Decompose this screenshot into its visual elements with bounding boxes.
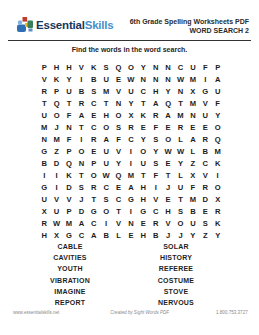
- grid-cell-r3c2[interactable]: P: [50, 85, 62, 97]
- grid-cell-r8c4[interactable]: O: [75, 145, 87, 157]
- grid-cell-r12c15[interactable]: X: [211, 194, 223, 206]
- grid-cell-r10c4[interactable]: T: [75, 169, 87, 181]
- grid-cell-r13c2[interactable]: U: [50, 206, 62, 218]
- grid-cell-r2c14[interactable]: I: [199, 73, 211, 85]
- grid-cell-r7c10[interactable]: S: [150, 133, 162, 145]
- word-list-item: STOVE: [106, 286, 246, 297]
- grid-cell-r10c15[interactable]: I: [211, 169, 223, 181]
- grid-cell-r5c7[interactable]: O: [112, 109, 124, 121]
- grid-cell-r10c3[interactable]: K: [63, 169, 75, 181]
- grid-cell-r9c5[interactable]: P: [88, 157, 100, 169]
- grid-cell-r10c11[interactable]: T: [162, 169, 174, 181]
- grid-cell-r3c15[interactable]: U: [211, 85, 223, 97]
- grid-cell-r4c10[interactable]: A: [150, 97, 162, 109]
- grid-cell-r9c6[interactable]: U: [100, 157, 112, 169]
- grid-cell-r15c10[interactable]: B: [150, 230, 162, 242]
- grid-cell-r7c9[interactable]: Y: [137, 133, 149, 145]
- grid-cell-r1c15[interactable]: P: [211, 61, 223, 73]
- grid-cell-r3c7[interactable]: V: [112, 85, 124, 97]
- grid-cell-r11c6[interactable]: C: [100, 181, 112, 193]
- grid-cell-r8c15[interactable]: M: [211, 145, 223, 157]
- grid-cell-r6c10[interactable]: F: [150, 121, 162, 133]
- grid-cell-r13c8[interactable]: I: [125, 206, 137, 218]
- grid-cell-r2c12[interactable]: W: [174, 73, 186, 85]
- grid-cell-r8c13[interactable]: L: [187, 145, 199, 157]
- grid-cell-r6c12[interactable]: R: [174, 121, 186, 133]
- grid-cell-r2c3[interactable]: Y: [63, 73, 75, 85]
- grid-cell-r13c1[interactable]: X: [38, 206, 50, 218]
- grid-cell-r5c14[interactable]: U: [199, 109, 211, 121]
- word-search-grid: PHHVKSQOYNNCUFPVKYIBUEWNNNWMIARPUBSMVUCH…: [38, 61, 224, 242]
- grid-cell-r4c3[interactable]: T: [63, 97, 75, 109]
- grid-cell-r6c11[interactable]: E: [162, 121, 174, 133]
- grid-cell-r15c1[interactable]: H: [38, 230, 50, 242]
- grid-cell-r12c2[interactable]: V: [50, 194, 62, 206]
- grid-cell-r11c12[interactable]: U: [174, 181, 186, 193]
- grid-cell-r8c3[interactable]: P: [63, 145, 75, 157]
- grid-cell-r10c8[interactable]: M: [125, 169, 137, 181]
- grid-cell-r4c2[interactable]: Q: [50, 97, 62, 109]
- grid-cell-r11c8[interactable]: A: [125, 181, 137, 193]
- grid-cell-r1c1[interactable]: P: [38, 61, 50, 73]
- grid-cell-r2c13[interactable]: M: [187, 73, 199, 85]
- footer: www.essentialskills.net Created by Sight…: [13, 309, 248, 315]
- word-list-item: NERVOUS: [106, 297, 246, 308]
- grid-cell-r7c1[interactable]: N: [38, 133, 50, 145]
- grid-cell-r15c5[interactable]: A: [88, 230, 100, 242]
- grid-cell-r11c7[interactable]: E: [112, 181, 124, 193]
- grid-cell-r11c11[interactable]: J: [162, 181, 174, 193]
- grid-cell-r7c4[interactable]: I: [75, 133, 87, 145]
- grid-cell-r3c11[interactable]: Y: [162, 85, 174, 97]
- grid-cell-r5c2[interactable]: O: [50, 109, 62, 121]
- grid-cell-r9c2[interactable]: D: [50, 157, 62, 169]
- instruction-text: Find the words in the word search.: [0, 46, 259, 53]
- logo-text-secondary: Skills: [85, 19, 114, 31]
- grid-cell-r14c11[interactable]: V: [162, 218, 174, 230]
- grid-cell-r6c8[interactable]: R: [125, 121, 137, 133]
- grid-cell-r3c8[interactable]: U: [125, 85, 137, 97]
- grid-cell-r3c3[interactable]: U: [63, 85, 75, 97]
- grid-cell-r10c12[interactable]: L: [174, 169, 186, 181]
- grid-cell-r12c12[interactable]: T: [174, 194, 186, 206]
- grid-cell-r10c7[interactable]: Q: [112, 169, 124, 181]
- grid-cell-r5c11[interactable]: A: [162, 109, 174, 121]
- grid-cell-r15c12[interactable]: J: [174, 230, 186, 242]
- grid-cell-r7c15[interactable]: Q: [211, 133, 223, 145]
- grid-cell-r15c7[interactable]: L: [112, 230, 124, 242]
- grid-cell-r9c10[interactable]: S: [150, 157, 162, 169]
- grid-cell-r4c12[interactable]: T: [174, 97, 186, 109]
- grid-cell-r14c8[interactable]: N: [125, 218, 137, 230]
- grid-cell-r6c3[interactable]: N: [63, 121, 75, 133]
- grid-cell-r9c1[interactable]: B: [38, 157, 50, 169]
- word-list: CABLECAVITIESYOUTHVIBRATIONIMAGINEREPORT…: [0, 241, 259, 311]
- grid-cell-r4c7[interactable]: N: [112, 97, 124, 109]
- grid-cell-r12c6[interactable]: S: [100, 194, 112, 206]
- grid-cell-r2c15[interactable]: A: [211, 73, 223, 85]
- grid-cell-r6c1[interactable]: M: [38, 121, 50, 133]
- grid-cell-r14c1[interactable]: R: [38, 218, 50, 230]
- grid-cell-r14c10[interactable]: R: [150, 218, 162, 230]
- grid-cell-r13c3[interactable]: P: [63, 206, 75, 218]
- grid-cell-r7c8[interactable]: C: [125, 133, 137, 145]
- grid-cell-r6c14[interactable]: E: [199, 121, 211, 133]
- grid-cell-r10c13[interactable]: X: [187, 169, 199, 181]
- grid-cell-r15c9[interactable]: H: [137, 230, 149, 242]
- grid-cell-r6c4[interactable]: T: [75, 121, 87, 133]
- worksheet-page: EssentialSkills 6th Grade Spelling Works…: [0, 0, 259, 335]
- grid-cell-r1c11[interactable]: N: [162, 61, 174, 73]
- grid-cell-r10c6[interactable]: W: [100, 169, 112, 181]
- grid-cell-r9c13[interactable]: Z: [187, 157, 199, 169]
- grid-cell-r3c6[interactable]: M: [100, 85, 112, 97]
- grid-cell-r8c1[interactable]: G: [38, 145, 50, 157]
- grid-cell-r5c4[interactable]: A: [75, 109, 87, 121]
- grid-cell-r3c12[interactable]: N: [174, 85, 186, 97]
- grid-cell-r13c10[interactable]: C: [150, 206, 162, 218]
- grid-cell-r11c3[interactable]: D: [63, 181, 75, 193]
- grid-cell-r11c9[interactable]: H: [137, 181, 149, 193]
- grid-cell-r5c3[interactable]: F: [63, 109, 75, 121]
- grid-cell-r10c10[interactable]: F: [150, 169, 162, 181]
- grid-cell-r12c4[interactable]: J: [75, 194, 87, 206]
- grid-cell-r5c12[interactable]: M: [174, 109, 186, 121]
- grid-cell-r13c14[interactable]: E: [199, 206, 211, 218]
- grid-cell-r11c15[interactable]: O: [211, 181, 223, 193]
- grid-cell-r6c9[interactable]: E: [137, 121, 149, 133]
- grid-cell-r2c10[interactable]: N: [150, 73, 162, 85]
- grid-cell-r11c4[interactable]: S: [75, 181, 87, 193]
- grid-cell-r11c1[interactable]: G: [38, 181, 50, 193]
- grid-cell-r14c14[interactable]: S: [199, 218, 211, 230]
- grid-cell-r2c7[interactable]: E: [112, 73, 124, 85]
- grid-cell-r13c13[interactable]: B: [187, 206, 199, 218]
- grid-cell-r8c8[interactable]: I: [125, 145, 137, 157]
- grid-cell-r5c6[interactable]: H: [100, 109, 112, 121]
- grid-cell-r7c5[interactable]: R: [88, 133, 100, 145]
- grid-cell-r4c15[interactable]: F: [211, 97, 223, 109]
- grid-cell-r2c8[interactable]: W: [125, 73, 137, 85]
- grid-cell-r1c12[interactable]: C: [174, 61, 186, 73]
- grid-cell-r9c3[interactable]: Q: [63, 157, 75, 169]
- logo-text-primary: Essential: [36, 19, 85, 31]
- grid-cell-r9c14[interactable]: C: [199, 157, 211, 169]
- worksheet-title: 6th Grade Spelling Worksheets PDF: [130, 17, 249, 26]
- grid-cell-r12c7[interactable]: C: [112, 194, 124, 206]
- grid-cell-r1c6[interactable]: S: [100, 61, 112, 73]
- grid-cell-r7c7[interactable]: F: [112, 133, 124, 145]
- grid-cell-r15c3[interactable]: G: [63, 230, 75, 242]
- grid-cell-r14c7[interactable]: V: [112, 218, 124, 230]
- grid-cell-r4c8[interactable]: Y: [125, 97, 137, 109]
- essentialskills-logo: EssentialSkills: [16, 16, 114, 33]
- grid-cell-r1c4[interactable]: V: [75, 61, 87, 73]
- grid-cell-r2c6[interactable]: U: [100, 73, 112, 85]
- grid-cell-r3c14[interactable]: G: [199, 85, 211, 97]
- grid-cell-r15c2[interactable]: X: [50, 230, 62, 242]
- grid-cell-r15c15[interactable]: Y: [211, 230, 223, 242]
- grid-cell-r12c9[interactable]: H: [137, 194, 149, 206]
- grid-cell-r11c10[interactable]: I: [150, 181, 162, 193]
- grid-cell-r6c6[interactable]: O: [100, 121, 112, 133]
- grid-cell-r6c15[interactable]: O: [211, 121, 223, 133]
- grid-cell-r7c14[interactable]: R: [199, 133, 211, 145]
- grid-cell-r1c13[interactable]: U: [187, 61, 199, 73]
- word-list-column-2: SOLARHISTORYREFEREECOSTUMESTOVENERVOUS: [106, 241, 246, 308]
- grid-cell-r3c4[interactable]: B: [75, 85, 87, 97]
- grid-cell-r7c6[interactable]: A: [100, 133, 112, 145]
- grid-cell-r5c15[interactable]: Y: [211, 109, 223, 121]
- grid-cell-r8c12[interactable]: W: [174, 145, 186, 157]
- grid-cell-r5c8[interactable]: X: [125, 109, 137, 121]
- grid-cell-r7c3[interactable]: F: [63, 133, 75, 145]
- grid-cell-r1c3[interactable]: H: [63, 61, 75, 73]
- grid-cell-r15c14[interactable]: Z: [199, 230, 211, 242]
- grid-cell-r1c5[interactable]: K: [88, 61, 100, 73]
- grid-cell-r1c14[interactable]: F: [199, 61, 211, 73]
- grid-cell-r11c5[interactable]: R: [88, 181, 100, 193]
- grid-cell-r2c9[interactable]: N: [137, 73, 149, 85]
- grid-cell-r7c13[interactable]: A: [187, 133, 199, 145]
- title-block: 6th Grade Spelling Worksheets PDF WORD S…: [130, 17, 249, 35]
- grid-cell-r10c9[interactable]: T: [137, 169, 149, 181]
- grid-cell-r13c12[interactable]: S: [174, 206, 186, 218]
- grid-cell-r12c14[interactable]: D: [199, 194, 211, 206]
- grid-cell-r13c6[interactable]: O: [100, 206, 112, 218]
- logo-text: EssentialSkills: [36, 19, 114, 31]
- grid-cell-r7c11[interactable]: O: [162, 133, 174, 145]
- grid-cell-r15c4[interactable]: C: [75, 230, 87, 242]
- grid-cell-r1c9[interactable]: Y: [137, 61, 149, 73]
- grid-cell-r4c6[interactable]: T: [100, 97, 112, 109]
- grid-cell-r10c14[interactable]: V: [199, 169, 211, 181]
- grid-cell-r2c11[interactable]: N: [162, 73, 174, 85]
- grid-cell-r5c5[interactable]: E: [88, 109, 100, 121]
- footer-website: www.essentialskills.net: [13, 310, 59, 315]
- grid-cell-r1c10[interactable]: N: [150, 61, 162, 73]
- grid-cell-r14c6[interactable]: I: [100, 218, 112, 230]
- grid-cell-r3c10[interactable]: H: [150, 85, 162, 97]
- worksheet-subtitle: WORD SEARCH 2: [130, 26, 249, 35]
- grid-cell-r5c9[interactable]: K: [137, 109, 149, 121]
- grid-cell-r13c9[interactable]: G: [137, 206, 149, 218]
- grid-cell-r4c4[interactable]: R: [75, 97, 87, 109]
- grid-cell-r3c1[interactable]: R: [38, 85, 50, 97]
- grid-cell-r5c13[interactable]: N: [187, 109, 199, 121]
- grid-cell-r14c5[interactable]: C: [88, 218, 100, 230]
- grid-cell-r9c9[interactable]: U: [137, 157, 149, 169]
- footer-phone: 1.800.753.3727: [216, 310, 248, 315]
- grid-cell-r8c7[interactable]: V: [112, 145, 124, 157]
- grid-cell-r9c4[interactable]: N: [75, 157, 87, 169]
- grid-cell-r14c13[interactable]: U: [187, 218, 199, 230]
- grid-cell-r12c10[interactable]: V: [150, 194, 162, 206]
- grid-cell-r9c8[interactable]: I: [125, 157, 137, 169]
- footer-credit: Created by Sight Words PDF: [111, 310, 170, 315]
- grid-cell-r14c3[interactable]: M: [63, 218, 75, 230]
- grid-cell-r1c8[interactable]: O: [125, 61, 137, 73]
- grid-cell-r7c12[interactable]: L: [174, 133, 186, 145]
- grid-cell-r7c2[interactable]: M: [50, 133, 62, 145]
- header-divider: [8, 40, 251, 41]
- grid-cell-r4c9[interactable]: T: [137, 97, 149, 109]
- word-list-item: SOLAR: [106, 241, 246, 252]
- grid-cell-r4c13[interactable]: M: [187, 97, 199, 109]
- grid-cell-r4c11[interactable]: Q: [162, 97, 174, 109]
- grid-cell-r12c13[interactable]: M: [187, 194, 199, 206]
- grid-cell-r2c2[interactable]: K: [50, 73, 62, 85]
- grid-cell-r8c11[interactable]: W: [162, 145, 174, 157]
- grid-cell-r6c2[interactable]: J: [50, 121, 62, 133]
- grid-cell-r12c8[interactable]: G: [125, 194, 137, 206]
- grid-cell-r8c14[interactable]: B: [199, 145, 211, 157]
- word-list-item: REFEREE: [106, 263, 246, 274]
- grid-cell-r1c7[interactable]: Q: [112, 61, 124, 73]
- essentialskills-logo-icon: [16, 16, 34, 33]
- grid-cell-r5c10[interactable]: R: [150, 109, 162, 121]
- grid-cell-r12c11[interactable]: E: [162, 194, 174, 206]
- header: EssentialSkills 6th Grade Spelling Works…: [16, 13, 249, 35]
- grid-cell-r12c1[interactable]: U: [38, 194, 50, 206]
- grid-cell-r3c9[interactable]: C: [137, 85, 149, 97]
- grid-cell-r8c9[interactable]: O: [137, 145, 149, 157]
- grid-cell-r13c7[interactable]: T: [112, 206, 124, 218]
- grid-cell-r14c9[interactable]: E: [137, 218, 149, 230]
- grid-cell-r15c6[interactable]: B: [100, 230, 112, 242]
- grid-cell-r6c13[interactable]: E: [187, 121, 199, 133]
- grid-cell-r9c11[interactable]: E: [162, 157, 174, 169]
- grid-cell-r15c8[interactable]: E: [125, 230, 137, 242]
- grid-cell-r6c5[interactable]: C: [88, 121, 100, 133]
- grid-cell-r13c4[interactable]: D: [75, 206, 87, 218]
- grid-cell-r14c15[interactable]: K: [211, 218, 223, 230]
- grid-cell-r4c1[interactable]: T: [38, 97, 50, 109]
- grid-cell-r11c14[interactable]: R: [199, 181, 211, 193]
- grid-cell-r14c4[interactable]: A: [75, 218, 87, 230]
- grid-cell-r8c6[interactable]: U: [100, 145, 112, 157]
- grid-cell-r10c5[interactable]: O: [88, 169, 100, 181]
- grid-cell-r4c5[interactable]: C: [88, 97, 100, 109]
- grid-cell-r6c7[interactable]: S: [112, 121, 124, 133]
- grid-cell-r13c11[interactable]: H: [162, 206, 174, 218]
- grid-cell-r11c13[interactable]: F: [187, 181, 199, 193]
- grid-cell-r15c13[interactable]: Y: [187, 230, 199, 242]
- grid-cell-r9c15[interactable]: K: [211, 157, 223, 169]
- grid-cell-r10c1[interactable]: I: [38, 169, 50, 181]
- grid-cell-r8c2[interactable]: Z: [50, 145, 62, 157]
- grid-cell-r12c3[interactable]: V: [63, 194, 75, 206]
- grid-cell-r8c10[interactable]: Y: [150, 145, 162, 157]
- grid-cell-r9c12[interactable]: Y: [174, 157, 186, 169]
- grid-cell-r12c5[interactable]: T: [88, 194, 100, 206]
- grid-cell-r13c5[interactable]: G: [88, 206, 100, 218]
- grid-cell-r8c5[interactable]: E: [88, 145, 100, 157]
- grid-cell-r13c15[interactable]: R: [211, 206, 223, 218]
- grid-cell-r15c11[interactable]: J: [162, 230, 174, 242]
- word-list-item: COSTUME: [106, 275, 246, 286]
- grid-cell-r5c1[interactable]: U: [38, 109, 50, 121]
- grid-cell-r1c2[interactable]: H: [50, 61, 62, 73]
- grid-cell-r4c14[interactable]: V: [199, 97, 211, 109]
- grid-cell-r3c13[interactable]: X: [187, 85, 199, 97]
- grid-cell-r14c2[interactable]: W: [50, 218, 62, 230]
- grid-cell-r2c4[interactable]: I: [75, 73, 87, 85]
- word-list-item: HISTORY: [106, 252, 246, 263]
- grid-cell-r10c2[interactable]: I: [50, 169, 62, 181]
- grid-cell-r2c1[interactable]: V: [38, 73, 50, 85]
- grid-cell-r14c12[interactable]: O: [174, 218, 186, 230]
- grid-cell-r3c5[interactable]: S: [88, 85, 100, 97]
- grid-cell-r11c2[interactable]: I: [50, 181, 62, 193]
- grid-cell-r9c7[interactable]: Y: [112, 157, 124, 169]
- grid-cell-r2c5[interactable]: B: [88, 73, 100, 85]
